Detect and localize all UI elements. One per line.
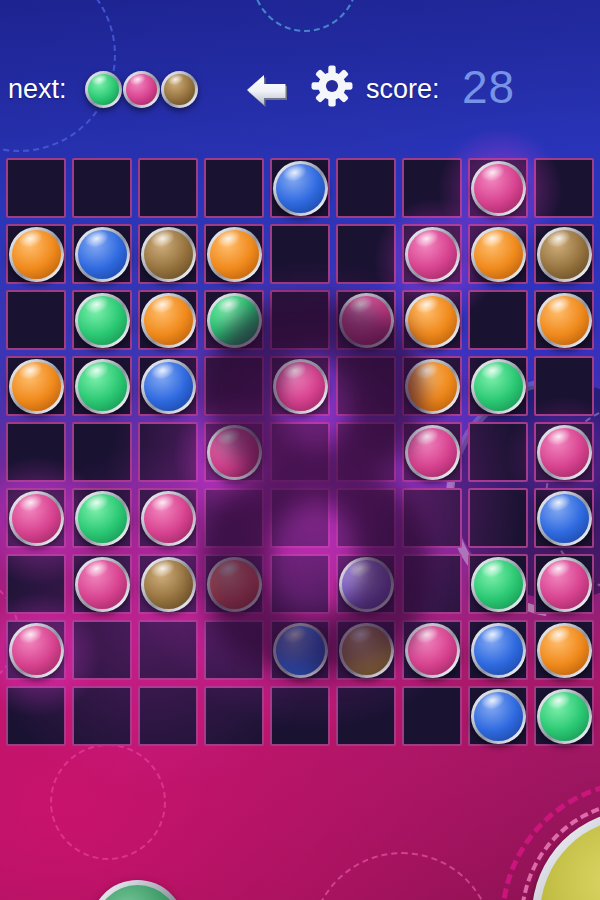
cell-r4c1[interactable] [6,356,66,416]
brown-ball[interactable] [141,557,196,612]
cell-r1c2[interactable] [72,158,132,218]
pink-ball[interactable] [405,623,460,678]
cell-r7c3[interactable] [138,554,198,614]
cell-r9c2[interactable] [72,686,132,746]
cell-r5c3[interactable] [138,422,198,482]
cell-r5c2[interactable] [72,422,132,482]
cell-r2c5[interactable] [270,224,330,284]
pink-ball[interactable] [405,227,460,282]
dashed-circle-decor [252,0,358,32]
blue-ball[interactable] [471,689,526,744]
cell-r9c3[interactable] [138,686,198,746]
green-ball[interactable] [207,293,262,348]
cell-r9c6[interactable] [336,686,396,746]
cell-r8c3[interactable] [138,620,198,680]
cell-r4c2[interactable] [72,356,132,416]
brown-ball[interactable] [339,623,394,678]
green-ball[interactable] [471,359,526,414]
cell-r5c6[interactable] [336,422,396,482]
orange-ball[interactable] [141,293,196,348]
cell-r3c8[interactable] [468,290,528,350]
cell-r8c5[interactable] [270,620,330,680]
next-label: next: [8,74,67,105]
pink-ball[interactable] [537,425,592,480]
green-ball[interactable] [75,293,130,348]
score-label: score: [366,74,440,105]
green-ball[interactable] [537,689,592,744]
cell-r1c5[interactable] [270,158,330,218]
cell-r1c9[interactable] [534,158,594,218]
cell-r5c9[interactable] [534,422,594,482]
cell-r3c2[interactable] [72,290,132,350]
orange-ball[interactable] [207,227,262,282]
decorative-green-ball [90,880,185,900]
cell-r3c1[interactable] [6,290,66,350]
cell-r6c7[interactable] [402,488,462,548]
brown-ball[interactable] [141,227,196,282]
score-value: 28 [462,60,515,114]
pink-ball[interactable] [9,491,64,546]
cell-r6c8[interactable] [468,488,528,548]
orange-ball[interactable] [9,359,64,414]
pink-ball[interactable] [471,161,526,216]
cell-r5c8[interactable] [468,422,528,482]
back-arrow-icon [246,72,288,108]
cell-r4c3[interactable] [138,356,198,416]
cell-r4c8[interactable] [468,356,528,416]
cell-r6c2[interactable] [72,488,132,548]
purple-ball[interactable] [339,557,394,612]
cell-r7c9[interactable] [534,554,594,614]
pink-ball[interactable] [339,293,394,348]
cell-r1c1[interactable] [6,158,66,218]
cell-r7c4[interactable] [204,554,264,614]
cell-r6c3[interactable] [138,488,198,548]
cell-r9c1[interactable] [6,686,66,746]
cell-r7c1[interactable] [6,554,66,614]
cell-r2c7[interactable] [402,224,462,284]
blue-ball[interactable] [141,359,196,414]
orange-ball[interactable] [537,293,592,348]
cell-r7c8[interactable] [468,554,528,614]
cell-r9c7[interactable] [402,686,462,746]
next-ball-brown [161,71,198,108]
green-ball[interactable] [75,359,130,414]
cell-r2c4[interactable] [204,224,264,284]
cell-r2c8[interactable] [468,224,528,284]
pink-ball[interactable] [405,425,460,480]
cell-r5c7[interactable] [402,422,462,482]
pink-ball[interactable] [9,623,64,678]
cell-r4c9[interactable] [534,356,594,416]
orange-ball[interactable] [405,359,460,414]
next-balls-tray [85,71,198,108]
cell-r1c3[interactable] [138,158,198,218]
blue-ball[interactable] [537,491,592,546]
blue-ball[interactable] [273,623,328,678]
pink-ball[interactable] [75,557,130,612]
orange-ball[interactable] [537,623,592,678]
cell-r2c2[interactable] [72,224,132,284]
cell-r4c5[interactable] [270,356,330,416]
cell-r1c7[interactable] [402,158,462,218]
cell-r4c6[interactable] [336,356,396,416]
orange-ball[interactable] [405,293,460,348]
green-ball[interactable] [75,491,130,546]
cell-r6c9[interactable] [534,488,594,548]
blue-ball[interactable] [75,227,130,282]
pink-ball[interactable] [141,491,196,546]
dashed-circle-decor [310,852,494,900]
green-ball[interactable] [471,557,526,612]
cell-r8c2[interactable] [72,620,132,680]
next-ball-pink [123,71,160,108]
cell-r5c1[interactable] [6,422,66,482]
red-ball[interactable] [207,557,262,612]
cell-r2c6[interactable] [336,224,396,284]
blue-ball[interactable] [273,161,328,216]
game-board [6,158,594,746]
cell-r8c8[interactable] [468,620,528,680]
cell-r1c6[interactable] [336,158,396,218]
cell-r3c9[interactable] [534,290,594,350]
cell-r1c8[interactable] [468,158,528,218]
back-button[interactable] [246,72,288,108]
cell-r6c4[interactable] [204,488,264,548]
brown-ball[interactable] [537,227,592,282]
cell-r8c7[interactable] [402,620,462,680]
cell-r5c5[interactable] [270,422,330,482]
cell-r8c4[interactable] [204,620,264,680]
gear-icon [311,65,353,107]
cell-r2c3[interactable] [138,224,198,284]
cell-r4c7[interactable] [402,356,462,416]
cell-r9c9[interactable] [534,686,594,746]
cell-r6c5[interactable] [270,488,330,548]
cell-r3c5[interactable] [270,290,330,350]
dashed-circle-decor [50,744,166,860]
pink-ball[interactable] [537,557,592,612]
cell-r7c7[interactable] [402,554,462,614]
cell-r8c6[interactable] [336,620,396,680]
cell-r6c6[interactable] [336,488,396,548]
cell-r6c1[interactable] [6,488,66,548]
cell-r3c4[interactable] [204,290,264,350]
cell-r4c4[interactable] [204,356,264,416]
cell-r3c3[interactable] [138,290,198,350]
pink-ball[interactable] [207,425,262,480]
cell-r3c6[interactable] [336,290,396,350]
cell-r9c4[interactable] [204,686,264,746]
cell-r2c9[interactable] [534,224,594,284]
next-ball-green [85,71,122,108]
cell-r5c4[interactable] [204,422,264,482]
cell-r7c5[interactable] [270,554,330,614]
settings-button[interactable] [311,65,353,107]
cell-r2c1[interactable] [6,224,66,284]
cell-r7c2[interactable] [72,554,132,614]
cell-r8c9[interactable] [534,620,594,680]
orange-ball[interactable] [471,227,526,282]
cell-r9c8[interactable] [468,686,528,746]
orange-ball[interactable] [9,227,64,282]
pink-ball[interactable] [273,359,328,414]
cell-r1c4[interactable] [204,158,264,218]
cell-r9c5[interactable] [270,686,330,746]
cell-r7c6[interactable] [336,554,396,614]
cell-r3c7[interactable] [402,290,462,350]
cell-r8c1[interactable] [6,620,66,680]
blue-ball[interactable] [471,623,526,678]
